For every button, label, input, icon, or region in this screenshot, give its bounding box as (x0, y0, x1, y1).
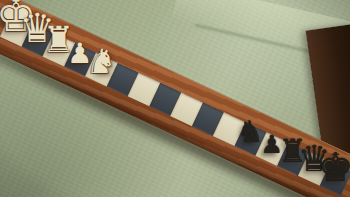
photo-scene: ♚♛♜♟♞♞♟♜♛♚ (0, 0, 350, 197)
piece-black-king[interactable]: ♚ (318, 147, 350, 187)
piece-white-knight[interactable]: ♞ (86, 44, 116, 78)
